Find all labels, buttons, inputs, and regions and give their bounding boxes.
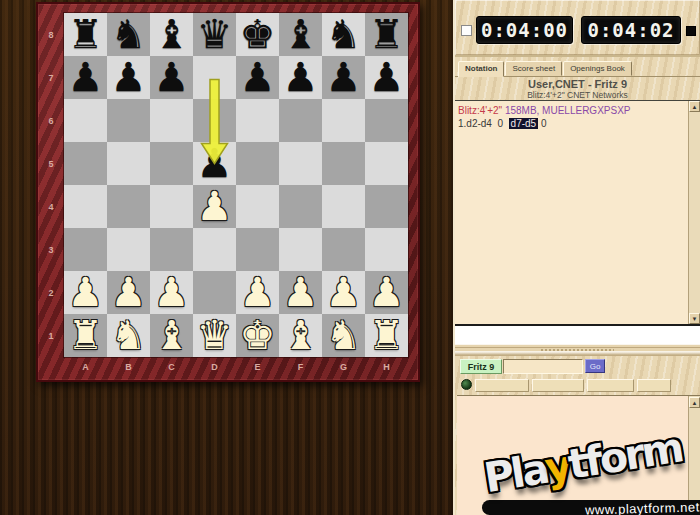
engine-name-label: Fritz 9 bbox=[468, 362, 495, 372]
event-subtitle: Blitz:4'+2" CNET Networks bbox=[455, 90, 700, 100]
white-clock-checkbox[interactable] bbox=[461, 25, 472, 36]
square-f4[interactable] bbox=[279, 185, 322, 228]
square-b7[interactable]: ♟ bbox=[107, 56, 150, 99]
black-pawn[interactable]: ♟ bbox=[369, 56, 405, 99]
square-b5[interactable] bbox=[107, 142, 150, 185]
scroll-up-icon[interactable]: ▲ bbox=[689, 397, 700, 408]
square-e1[interactable]: ♚ bbox=[236, 314, 279, 357]
rank-label: 3 bbox=[38, 228, 64, 271]
splitter-grip bbox=[541, 349, 615, 351]
white-pawn[interactable]: ♟ bbox=[111, 271, 147, 314]
file-label: D bbox=[193, 359, 236, 379]
square-g8[interactable]: ♞ bbox=[322, 13, 365, 56]
white-move[interactable]: 1.d2-d4 bbox=[458, 118, 492, 129]
chat-input[interactable] bbox=[503, 359, 583, 374]
white-clock-time: 0:04:00 bbox=[481, 19, 568, 41]
white-king[interactable]: ♚ bbox=[240, 314, 276, 357]
square-d2[interactable] bbox=[193, 271, 236, 314]
panel-splitter[interactable] bbox=[455, 344, 700, 356]
black-knight[interactable]: ♞ bbox=[111, 13, 147, 56]
notation-pane[interactable]: Blitz:4'+2" 158MB, MUELLERGXPSXP 1.d2-d4… bbox=[455, 101, 700, 326]
notation-info-line: Blitz:4'+2" 158MB, MUELLERGXPSXP bbox=[458, 104, 686, 117]
white-pawn[interactable]: ♟ bbox=[326, 271, 362, 314]
white-queen[interactable]: ♛ bbox=[197, 314, 233, 357]
chess-board-frame: 87654321 ♜♞♝♛♚♝♞♜♟♟♟♟♟♟♟♟♟♟♟♟♟♟♟♟♜♞♝♛♚♝♞… bbox=[36, 2, 420, 382]
square-h6[interactable] bbox=[365, 99, 408, 142]
watermark-url: www.playtform.net bbox=[585, 500, 700, 515]
square-f7[interactable]: ♟ bbox=[279, 56, 322, 99]
square-b2[interactable]: ♟ bbox=[107, 271, 150, 314]
output-scrollbar[interactable]: ▲ bbox=[688, 396, 700, 515]
square-d7[interactable] bbox=[193, 56, 236, 99]
rank-label: 8 bbox=[38, 13, 64, 56]
black-rook[interactable]: ♜ bbox=[369, 13, 405, 56]
square-h7[interactable]: ♟ bbox=[365, 56, 408, 99]
square-b4[interactable] bbox=[107, 185, 150, 228]
square-c6[interactable] bbox=[150, 99, 193, 142]
square-e8[interactable]: ♚ bbox=[236, 13, 279, 56]
scroll-up-icon[interactable]: ▲ bbox=[689, 101, 700, 112]
white-knight[interactable]: ♞ bbox=[111, 314, 147, 357]
square-d3[interactable] bbox=[193, 228, 236, 271]
square-a4[interactable] bbox=[64, 185, 107, 228]
square-a1[interactable]: ♜ bbox=[64, 314, 107, 357]
chess-board[interactable]: ♜♞♝♛♚♝♞♜♟♟♟♟♟♟♟♟♟♟♟♟♟♟♟♟♜♞♝♛♚♝♞♜ bbox=[64, 13, 408, 357]
square-e4[interactable] bbox=[236, 185, 279, 228]
square-c8[interactable]: ♝ bbox=[150, 13, 193, 56]
rank-label: 2 bbox=[38, 271, 64, 314]
white-pawn[interactable]: ♟ bbox=[197, 185, 233, 228]
white-rook[interactable]: ♜ bbox=[369, 314, 405, 357]
square-a2[interactable]: ♟ bbox=[64, 271, 107, 314]
black-clock-time: 0:04:02 bbox=[587, 19, 674, 41]
square-a6[interactable] bbox=[64, 99, 107, 142]
square-d6[interactable] bbox=[193, 99, 236, 142]
white-pawn[interactable]: ♟ bbox=[369, 271, 405, 314]
white-clock: 0:04:00 bbox=[476, 16, 573, 44]
black-rook[interactable]: ♜ bbox=[68, 13, 104, 56]
square-a5[interactable] bbox=[64, 142, 107, 185]
go-button[interactable]: Go bbox=[585, 359, 605, 373]
square-d8[interactable]: ♛ bbox=[193, 13, 236, 56]
move-line: 1.d2-d4 0 d7-d5 0 bbox=[458, 117, 686, 130]
square-g7[interactable]: ♟ bbox=[322, 56, 365, 99]
notation-footer-strip bbox=[455, 326, 700, 344]
square-h2[interactable]: ♟ bbox=[365, 271, 408, 314]
white-bishop[interactable]: ♝ bbox=[283, 314, 319, 357]
file-label: C bbox=[150, 359, 193, 379]
square-c2[interactable]: ♟ bbox=[150, 271, 193, 314]
black-bishop[interactable]: ♝ bbox=[154, 13, 190, 56]
status-segment bbox=[532, 379, 584, 392]
rank-label: 1 bbox=[38, 314, 64, 357]
tab-notation[interactable]: Notation bbox=[458, 61, 504, 77]
square-e2[interactable]: ♟ bbox=[236, 271, 279, 314]
square-a3[interactable] bbox=[64, 228, 107, 271]
rank-labels: 87654321 bbox=[38, 13, 64, 357]
square-g1[interactable]: ♞ bbox=[322, 314, 365, 357]
square-e7[interactable]: ♟ bbox=[236, 56, 279, 99]
square-b8[interactable]: ♞ bbox=[107, 13, 150, 56]
square-d1[interactable]: ♛ bbox=[193, 314, 236, 357]
rank-label: 4 bbox=[38, 185, 64, 228]
square-c7[interactable]: ♟ bbox=[150, 56, 193, 99]
black-pawn[interactable]: ♟ bbox=[111, 56, 147, 99]
engine-name-button[interactable]: Fritz 9 bbox=[460, 359, 502, 374]
square-b1[interactable]: ♞ bbox=[107, 314, 150, 357]
white-pawn[interactable]: ♟ bbox=[68, 271, 104, 314]
black-move-time: 0 bbox=[541, 118, 547, 129]
square-e6[interactable] bbox=[236, 99, 279, 142]
square-f5[interactable] bbox=[279, 142, 322, 185]
square-g2[interactable]: ♟ bbox=[322, 271, 365, 314]
status-segment bbox=[637, 379, 671, 392]
square-b6[interactable] bbox=[107, 99, 150, 142]
black-pawn[interactable]: ♟ bbox=[283, 56, 319, 99]
engine-tag: 158MB, MUELLERGXPSXP bbox=[505, 105, 631, 116]
square-f6[interactable] bbox=[279, 99, 322, 142]
white-bishop[interactable]: ♝ bbox=[154, 314, 190, 357]
notation-tab-bar: Notation Score sheet Openings Book bbox=[455, 60, 700, 77]
notation-scrollbar[interactable]: ▲ ▼ bbox=[688, 101, 700, 324]
game-header: User,CNET - Fritz 9 Blitz:4'+2" CNET Net… bbox=[455, 78, 700, 101]
square-a7[interactable]: ♟ bbox=[64, 56, 107, 99]
black-move-selected[interactable]: d7-d5 bbox=[509, 118, 539, 129]
white-knight[interactable]: ♞ bbox=[326, 314, 362, 357]
square-f8[interactable]: ♝ bbox=[279, 13, 322, 56]
tab-score-sheet[interactable]: Score sheet bbox=[505, 61, 562, 76]
square-h8[interactable]: ♜ bbox=[365, 13, 408, 56]
black-pawn[interactable]: ♟ bbox=[326, 56, 362, 99]
square-h3[interactable] bbox=[365, 228, 408, 271]
square-h5[interactable] bbox=[365, 142, 408, 185]
clock-panel: 0:04:00 0:04:02 bbox=[455, 0, 700, 57]
go-button-label: Go bbox=[590, 362, 601, 371]
white-pawn[interactable]: ♟ bbox=[283, 271, 319, 314]
white-rook[interactable]: ♜ bbox=[68, 314, 104, 357]
file-label: A bbox=[64, 359, 107, 379]
fritz-chess-app: 87654321 ♜♞♝♛♚♝♞♜♟♟♟♟♟♟♟♟♟♟♟♟♟♟♟♟♜♞♝♛♚♝♞… bbox=[0, 0, 700, 515]
black-queen[interactable]: ♛ bbox=[197, 13, 233, 56]
players-title: User,CNET - Fritz 9 bbox=[455, 78, 700, 90]
square-c5[interactable] bbox=[150, 142, 193, 185]
white-pawn[interactable]: ♟ bbox=[240, 271, 276, 314]
square-f1[interactable]: ♝ bbox=[279, 314, 322, 357]
square-h1[interactable]: ♜ bbox=[365, 314, 408, 357]
rank-label: 5 bbox=[38, 142, 64, 185]
scroll-down-icon[interactable]: ▼ bbox=[689, 313, 700, 324]
rank-label: 6 bbox=[38, 99, 64, 142]
square-c4[interactable] bbox=[150, 185, 193, 228]
black-bishop[interactable]: ♝ bbox=[283, 13, 319, 56]
status-segment bbox=[587, 379, 634, 392]
square-d4[interactable]: ♟ bbox=[193, 185, 236, 228]
tab-openings-book[interactable]: Openings Book bbox=[563, 61, 632, 76]
black-pawn[interactable]: ♟ bbox=[240, 56, 276, 99]
file-label: F bbox=[279, 359, 322, 379]
black-pawn[interactable]: ♟ bbox=[197, 142, 233, 185]
move-list: Blitz:4'+2" 158MB, MUELLERGXPSXP 1.d2-d4… bbox=[458, 104, 686, 130]
square-f3[interactable] bbox=[279, 228, 322, 271]
square-a8[interactable]: ♜ bbox=[64, 13, 107, 56]
rank-label: 7 bbox=[38, 56, 64, 99]
square-g5[interactable] bbox=[322, 142, 365, 185]
square-h4[interactable] bbox=[365, 185, 408, 228]
square-g6[interactable] bbox=[322, 99, 365, 142]
blitz-tag: Blitz:4'+2" bbox=[458, 105, 502, 116]
white-move-time: 0 bbox=[497, 118, 503, 129]
black-king[interactable]: ♚ bbox=[240, 13, 276, 56]
file-label: B bbox=[107, 359, 150, 379]
square-f2[interactable]: ♟ bbox=[279, 271, 322, 314]
black-clock-indicator bbox=[686, 26, 696, 36]
square-e3[interactable] bbox=[236, 228, 279, 271]
square-c3[interactable] bbox=[150, 228, 193, 271]
square-d5[interactable]: ♟ bbox=[193, 142, 236, 185]
black-pawn[interactable]: ♟ bbox=[68, 56, 104, 99]
square-g3[interactable] bbox=[322, 228, 365, 271]
black-knight[interactable]: ♞ bbox=[326, 13, 362, 56]
square-g4[interactable] bbox=[322, 185, 365, 228]
status-segment bbox=[475, 379, 529, 392]
black-pawn[interactable]: ♟ bbox=[154, 56, 190, 99]
square-b3[interactable] bbox=[107, 228, 150, 271]
square-c1[interactable]: ♝ bbox=[150, 314, 193, 357]
engine-status-led-icon bbox=[461, 379, 472, 390]
square-e5[interactable] bbox=[236, 142, 279, 185]
file-label: H bbox=[365, 359, 408, 379]
black-clock: 0:04:02 bbox=[581, 16, 681, 44]
file-labels: ABCDEFGH bbox=[64, 359, 408, 379]
white-pawn[interactable]: ♟ bbox=[154, 271, 190, 314]
file-label: E bbox=[236, 359, 279, 379]
file-label: G bbox=[322, 359, 365, 379]
